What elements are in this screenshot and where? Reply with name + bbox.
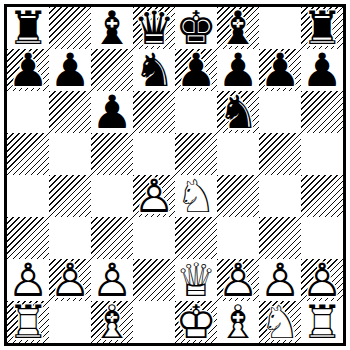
black-queen-mask: ♛ [133,7,175,49]
square-g3[interactable] [259,217,301,259]
white-rook: ♖ [7,301,49,343]
black-pawn-mask: ♟ [49,49,91,91]
square-f2[interactable]: ♟♙ [217,259,259,301]
square-b3[interactable] [49,217,91,259]
square-f8[interactable]: ♝♝ [217,7,259,49]
black-rook: ♜ [7,7,49,49]
black-rook: ♜ [301,7,343,49]
black-bishop: ♝ [217,7,259,49]
square-g6[interactable] [259,91,301,133]
square-e5[interactable] [175,133,217,175]
white-pawn-mask: ♟ [301,259,343,301]
black-pawn: ♟ [7,49,49,91]
square-h7[interactable]: ♟♟ [301,49,343,91]
square-g4[interactable] [259,175,301,217]
black-bishop-mask: ♝ [91,7,133,49]
black-pawn: ♟ [217,49,259,91]
square-f3[interactable] [217,217,259,259]
square-g7[interactable]: ♟♟ [259,49,301,91]
white-king: ♔ [175,301,217,343]
square-a1[interactable]: ♜♖ [7,301,49,343]
square-f6[interactable]: ♞♞ [217,91,259,133]
white-bishop-mask: ♝ [217,301,259,343]
white-pawn-mask: ♟ [7,259,49,301]
white-pawn-mask: ♟ [217,259,259,301]
square-b7[interactable]: ♟♟ [49,49,91,91]
black-rook-mask: ♜ [301,7,343,49]
black-bishop: ♝ [91,7,133,49]
white-queen-mask: ♛ [175,259,217,301]
square-d3[interactable] [133,217,175,259]
white-pawn: ♙ [217,259,259,301]
white-pawn-mask: ♟ [91,259,133,301]
square-a6[interactable] [7,91,49,133]
white-pawn-mask: ♟ [259,259,301,301]
square-h1[interactable]: ♜♖ [301,301,343,343]
square-d2[interactable] [133,259,175,301]
black-pawn: ♟ [259,49,301,91]
square-a7[interactable]: ♟♟ [7,49,49,91]
white-rook: ♖ [301,301,343,343]
square-c6[interactable]: ♟♟ [91,91,133,133]
square-f1[interactable]: ♝♗ [217,301,259,343]
square-a2[interactable]: ♟♙ [7,259,49,301]
white-rook-mask: ♜ [7,301,49,343]
square-c8[interactable]: ♝♝ [91,7,133,49]
white-pawn: ♙ [49,259,91,301]
square-f7[interactable]: ♟♟ [217,49,259,91]
square-f5[interactable] [217,133,259,175]
white-bishop: ♗ [91,301,133,343]
black-pawn-mask: ♟ [175,49,217,91]
black-pawn: ♟ [175,49,217,91]
black-pawn: ♟ [301,49,343,91]
white-bishop-mask: ♝ [91,301,133,343]
black-queen: ♛ [133,7,175,49]
square-a8[interactable]: ♜♜ [7,7,49,49]
square-h2[interactable]: ♟♙ [301,259,343,301]
white-queen: ♕ [175,259,217,301]
square-c1[interactable]: ♝♗ [91,301,133,343]
square-g8[interactable] [259,7,301,49]
black-pawn-mask: ♟ [91,91,133,133]
white-pawn: ♙ [133,175,175,217]
black-pawn-mask: ♟ [259,49,301,91]
square-b8[interactable] [49,7,91,49]
white-knight: ♘ [259,301,301,343]
square-d5[interactable] [133,133,175,175]
square-d7[interactable]: ♞♞ [133,49,175,91]
black-pawn: ♟ [49,49,91,91]
white-king-mask: ♚ [175,301,217,343]
black-pawn-mask: ♟ [7,49,49,91]
black-knight-mask: ♞ [217,91,259,133]
square-e8[interactable]: ♚♚ [175,7,217,49]
black-king: ♚ [175,7,217,49]
square-c4[interactable] [91,175,133,217]
black-pawn: ♟ [91,91,133,133]
black-knight: ♞ [217,91,259,133]
black-knight-mask: ♞ [133,49,175,91]
square-e7[interactable]: ♟♟ [175,49,217,91]
square-h3[interactable] [301,217,343,259]
white-pawn-mask: ♟ [49,259,91,301]
black-rook-mask: ♜ [7,7,49,49]
square-a5[interactable] [7,133,49,175]
square-g2[interactable]: ♟♙ [259,259,301,301]
white-knight: ♘ [175,175,217,217]
square-h5[interactable] [301,133,343,175]
white-pawn: ♙ [301,259,343,301]
black-king-mask: ♚ [175,7,217,49]
chess-board: ♜♜♝♝♛♛♚♚♝♝♜♜♟♟♟♟♞♞♟♟♟♟♟♟♟♟♟♟♞♞♟♙♞♘♟♙♟♙♟♙… [4,4,346,346]
square-c2[interactable]: ♟♙ [91,259,133,301]
white-rook-mask: ♜ [301,301,343,343]
black-bishop-mask: ♝ [217,7,259,49]
square-b2[interactable]: ♟♙ [49,259,91,301]
square-e3[interactable] [175,217,217,259]
square-c3[interactable] [91,217,133,259]
black-pawn-mask: ♟ [301,49,343,91]
black-pawn-mask: ♟ [217,49,259,91]
white-pawn: ♙ [91,259,133,301]
square-e6[interactable] [175,91,217,133]
square-e1[interactable]: ♚♔ [175,301,217,343]
square-a4[interactable] [7,175,49,217]
square-b5[interactable] [49,133,91,175]
square-h4[interactable] [301,175,343,217]
square-c5[interactable] [91,133,133,175]
square-d1[interactable] [133,301,175,343]
white-pawn: ♙ [7,259,49,301]
square-h6[interactable] [301,91,343,133]
white-bishop: ♗ [217,301,259,343]
square-b6[interactable] [49,91,91,133]
square-g1[interactable]: ♞♘ [259,301,301,343]
square-e4[interactable]: ♞♘ [175,175,217,217]
square-d4[interactable]: ♟♙ [133,175,175,217]
square-g5[interactable] [259,133,301,175]
square-d6[interactable] [133,91,175,133]
square-b1[interactable] [49,301,91,343]
white-knight-mask: ♞ [259,301,301,343]
black-knight: ♞ [133,49,175,91]
square-h8[interactable]: ♜♜ [301,7,343,49]
square-a3[interactable] [7,217,49,259]
page-background: ♜♜♝♝♛♛♚♚♝♝♜♜♟♟♟♟♞♞♟♟♟♟♟♟♟♟♟♟♞♞♟♙♞♘♟♙♟♙♟♙… [0,0,350,350]
square-b4[interactable] [49,175,91,217]
square-f4[interactable] [217,175,259,217]
square-c7[interactable] [91,49,133,91]
square-e2[interactable]: ♛♕ [175,259,217,301]
square-d8[interactable]: ♛♛ [133,7,175,49]
white-knight-mask: ♞ [175,175,217,217]
white-pawn-mask: ♟ [133,175,175,217]
white-pawn: ♙ [259,259,301,301]
